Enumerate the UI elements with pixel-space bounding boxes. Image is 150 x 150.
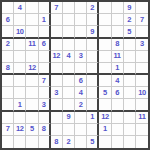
given-digit-r2c4[interactable]: 1 bbox=[39, 14, 51, 26]
cell-r6c5[interactable] bbox=[51, 63, 63, 75]
cell-r2c2[interactable] bbox=[14, 14, 26, 26]
cell-r2c7[interactable] bbox=[75, 14, 87, 26]
given-digit-r8c5[interactable]: 3 bbox=[51, 87, 63, 99]
cell-r4c8[interactable] bbox=[87, 39, 99, 51]
cell-r2c9[interactable] bbox=[99, 14, 111, 26]
cell-r11c6[interactable] bbox=[63, 124, 75, 136]
cell-r7c2[interactable] bbox=[14, 75, 26, 87]
cell-r3c12[interactable] bbox=[136, 26, 148, 38]
given-digit-r3c8[interactable]: 9 bbox=[87, 26, 99, 38]
given-digit-r10c6[interactable]: 9 bbox=[63, 112, 75, 124]
cell-r8c3[interactable] bbox=[26, 87, 38, 99]
given-digit-r9c2[interactable]: 1 bbox=[14, 99, 26, 111]
given-digit-r12c5[interactable]: 8 bbox=[51, 136, 63, 148]
given-digit-r5c10[interactable]: 11 bbox=[112, 51, 124, 63]
given-digit-r12c6[interactable]: 2 bbox=[63, 136, 75, 148]
cell-r3c1[interactable] bbox=[2, 26, 14, 38]
cell-r5c4[interactable] bbox=[39, 51, 51, 63]
cell-r4c6[interactable] bbox=[63, 39, 75, 51]
cell-r7c5[interactable] bbox=[51, 75, 63, 87]
cell-r4c7[interactable] bbox=[75, 39, 87, 51]
given-digit-r6c1[interactable]: 8 bbox=[2, 63, 14, 75]
cell-r5c1[interactable] bbox=[2, 51, 14, 63]
given-digit-r9c7[interactable]: 2 bbox=[75, 99, 87, 111]
cell-r3c7[interactable] bbox=[75, 26, 87, 38]
cell-r4c5[interactable] bbox=[51, 39, 63, 51]
cell-r7c9[interactable] bbox=[99, 75, 111, 87]
given-digit-r4c10[interactable]: 8 bbox=[112, 39, 124, 51]
given-digit-r1c8[interactable]: 2 bbox=[87, 2, 99, 14]
cell-r11c10[interactable] bbox=[112, 124, 124, 136]
given-digit-r11c4[interactable]: 8 bbox=[39, 124, 51, 136]
given-digit-r8c12[interactable]: 10 bbox=[136, 87, 148, 99]
cell-r10c11[interactable] bbox=[124, 112, 136, 124]
cell-r7c11[interactable] bbox=[124, 75, 136, 87]
cell-r5c11[interactable] bbox=[124, 51, 136, 63]
given-digit-r8c7[interactable]: 4 bbox=[75, 87, 87, 99]
cell-r11c5[interactable] bbox=[51, 124, 63, 136]
cell-r12c4[interactable] bbox=[39, 136, 51, 148]
cell-r7c3[interactable] bbox=[26, 75, 38, 87]
given-digit-r1c5[interactable]: 7 bbox=[51, 2, 63, 14]
cell-r9c9[interactable] bbox=[99, 99, 111, 111]
cell-r3c10[interactable] bbox=[112, 26, 124, 38]
cell-r9c10[interactable] bbox=[112, 99, 124, 111]
cell-r5c3[interactable] bbox=[26, 51, 38, 63]
cell-r8c2[interactable] bbox=[14, 87, 26, 99]
cell-r7c1[interactable] bbox=[2, 75, 14, 87]
cell-r11c7[interactable] bbox=[75, 124, 87, 136]
cell-r4c11[interactable] bbox=[124, 39, 136, 51]
cell-r7c8[interactable] bbox=[87, 75, 99, 87]
cell-r9c6[interactable] bbox=[63, 99, 75, 111]
cell-r1c9[interactable] bbox=[99, 2, 111, 14]
cell-r3c3[interactable] bbox=[26, 26, 38, 38]
cell-r10c5[interactable] bbox=[51, 112, 63, 124]
given-digit-r3c2[interactable]: 10 bbox=[14, 26, 26, 38]
cell-r7c12[interactable] bbox=[136, 75, 148, 87]
cell-r10c1[interactable] bbox=[2, 112, 14, 124]
cell-r4c2[interactable] bbox=[14, 39, 26, 51]
cell-r1c10[interactable] bbox=[112, 2, 124, 14]
cell-r10c10[interactable] bbox=[112, 112, 124, 124]
cell-r3c9[interactable] bbox=[99, 26, 111, 38]
given-digit-r11c1[interactable]: 7 bbox=[2, 124, 14, 136]
given-digit-r11c2[interactable]: 12 bbox=[14, 124, 26, 136]
sudoku-board: 4729612710952116831243118121764345610132… bbox=[0, 0, 150, 150]
given-digit-r10c12[interactable]: 11 bbox=[136, 112, 148, 124]
given-digit-r10c8[interactable]: 1 bbox=[87, 112, 99, 124]
given-digit-r10c9[interactable]: 12 bbox=[99, 112, 111, 124]
cell-r12c12[interactable] bbox=[136, 136, 148, 148]
given-digit-r2c11[interactable]: 2 bbox=[124, 14, 136, 26]
cell-r2c8[interactable] bbox=[87, 14, 99, 26]
cell-r9c11[interactable] bbox=[124, 99, 136, 111]
cell-r5c9[interactable] bbox=[99, 51, 111, 63]
given-digit-r3c11[interactable]: 5 bbox=[124, 26, 136, 38]
given-digit-r1c2[interactable]: 4 bbox=[14, 2, 26, 14]
cell-r11c11[interactable] bbox=[124, 124, 136, 136]
cell-r8c4[interactable] bbox=[39, 87, 51, 99]
given-digit-r4c12[interactable]: 3 bbox=[136, 39, 148, 51]
given-digit-r2c1[interactable]: 6 bbox=[2, 14, 14, 26]
cell-r2c3[interactable] bbox=[26, 14, 38, 26]
cell-r6c12[interactable] bbox=[136, 63, 148, 75]
given-digit-r8c9[interactable]: 5 bbox=[99, 87, 111, 99]
given-digit-r7c7[interactable]: 6 bbox=[75, 75, 87, 87]
cell-r10c4[interactable] bbox=[39, 112, 51, 124]
cell-r9c3[interactable] bbox=[26, 99, 38, 111]
cell-r12c7[interactable] bbox=[75, 136, 87, 148]
cell-r7c6[interactable] bbox=[63, 75, 75, 87]
given-digit-r4c3[interactable]: 11 bbox=[26, 39, 38, 51]
cell-r6c11[interactable] bbox=[124, 63, 136, 75]
given-digit-r6c10[interactable]: 1 bbox=[112, 63, 124, 75]
cell-r1c6[interactable] bbox=[63, 2, 75, 14]
cell-r11c12[interactable] bbox=[136, 124, 148, 136]
cell-r5c2[interactable] bbox=[14, 51, 26, 63]
given-digit-r4c4[interactable]: 6 bbox=[39, 39, 51, 51]
cell-r8c8[interactable] bbox=[87, 87, 99, 99]
cell-r12c10[interactable] bbox=[112, 136, 124, 148]
given-digit-r7c4[interactable]: 7 bbox=[39, 75, 51, 87]
given-digit-r5c6[interactable]: 4 bbox=[63, 51, 75, 63]
cell-r8c1[interactable] bbox=[2, 87, 14, 99]
given-digit-r6c3[interactable]: 12 bbox=[26, 63, 38, 75]
cell-r6c6[interactable] bbox=[63, 63, 75, 75]
cell-r1c12[interactable] bbox=[136, 2, 148, 14]
given-digit-r5c5[interactable]: 12 bbox=[51, 51, 63, 63]
cell-r12c2[interactable] bbox=[14, 136, 26, 148]
given-digit-r1c11[interactable]: 9 bbox=[124, 2, 136, 14]
cell-r6c7[interactable] bbox=[75, 63, 87, 75]
given-digit-r9c4[interactable]: 3 bbox=[39, 99, 51, 111]
cell-r10c2[interactable] bbox=[14, 112, 26, 124]
cell-r2c10[interactable] bbox=[112, 14, 124, 26]
cell-r9c5[interactable] bbox=[51, 99, 63, 111]
given-digit-r2c12[interactable]: 7 bbox=[136, 14, 148, 26]
cell-r10c3[interactable] bbox=[26, 112, 38, 124]
cell-r9c12[interactable] bbox=[136, 99, 148, 111]
given-digit-r5c7[interactable]: 3 bbox=[75, 51, 87, 63]
cell-r6c2[interactable] bbox=[14, 63, 26, 75]
cell-r6c4[interactable] bbox=[39, 63, 51, 75]
given-digit-r11c9[interactable]: 1 bbox=[99, 124, 111, 136]
cell-r9c8[interactable] bbox=[87, 99, 99, 111]
cell-r2c5[interactable] bbox=[51, 14, 63, 26]
cell-r2c6[interactable] bbox=[63, 14, 75, 26]
cell-r6c8[interactable] bbox=[87, 63, 99, 75]
given-digit-r7c10[interactable]: 4 bbox=[112, 75, 124, 87]
cell-r3c5[interactable] bbox=[51, 26, 63, 38]
cell-r11c8[interactable] bbox=[87, 124, 99, 136]
cell-r3c6[interactable] bbox=[63, 26, 75, 38]
given-digit-r12c8[interactable]: 5 bbox=[87, 136, 99, 148]
cell-r1c7[interactable] bbox=[75, 2, 87, 14]
cell-r8c6[interactable] bbox=[63, 87, 75, 99]
cell-r10c7[interactable] bbox=[75, 112, 87, 124]
cell-r1c3[interactable] bbox=[26, 2, 38, 14]
cell-r12c3[interactable] bbox=[26, 136, 38, 148]
cell-r8c11[interactable] bbox=[124, 87, 136, 99]
cell-r5c12[interactable] bbox=[136, 51, 148, 63]
cell-r12c11[interactable] bbox=[124, 136, 136, 148]
given-digit-r4c1[interactable]: 2 bbox=[2, 39, 14, 51]
cell-r6c9[interactable] bbox=[99, 63, 111, 75]
cell-r5c8[interactable] bbox=[87, 51, 99, 63]
cell-r1c1[interactable] bbox=[2, 2, 14, 14]
cell-r3c4[interactable] bbox=[39, 26, 51, 38]
given-digit-r8c10[interactable]: 6 bbox=[112, 87, 124, 99]
cell-r4c9[interactable] bbox=[99, 39, 111, 51]
cell-r1c4[interactable] bbox=[39, 2, 51, 14]
cell-r9c1[interactable] bbox=[2, 99, 14, 111]
cell-r12c1[interactable] bbox=[2, 136, 14, 148]
given-digit-r11c3[interactable]: 5 bbox=[26, 124, 38, 136]
cell-r12c9[interactable] bbox=[99, 136, 111, 148]
